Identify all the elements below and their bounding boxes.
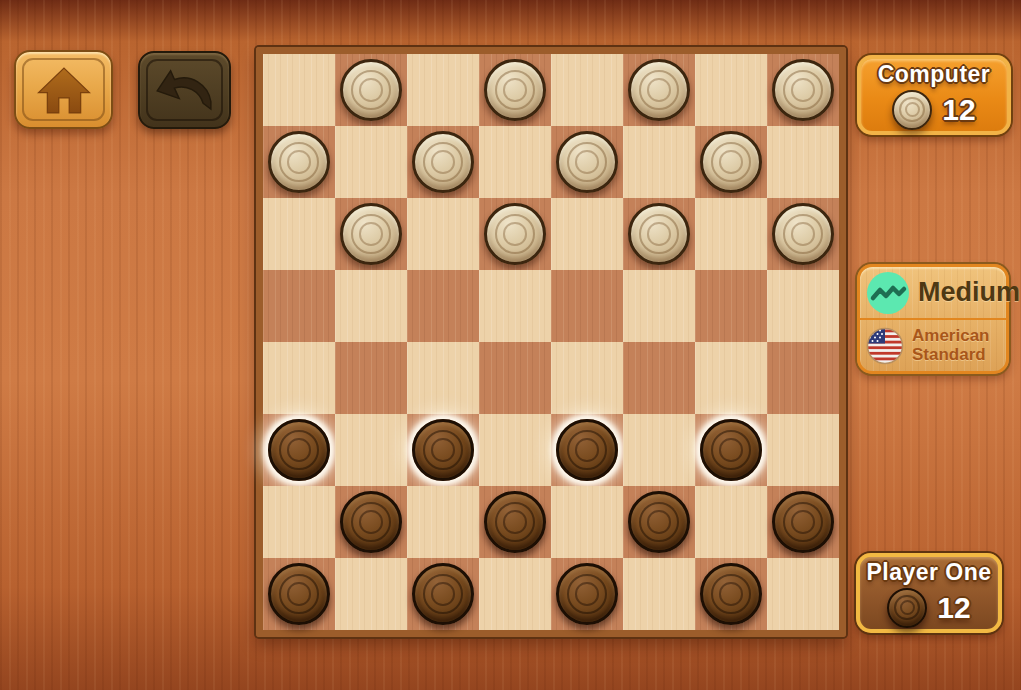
board-square-r8c2 bbox=[335, 558, 407, 630]
board-square-r7c7 bbox=[695, 486, 767, 558]
board-square-r1c1 bbox=[263, 54, 335, 126]
board-square-r5c2[interactable] bbox=[335, 342, 407, 414]
dark-piece-icon bbox=[887, 588, 927, 628]
computer-panel: Computer 12 bbox=[857, 55, 1011, 135]
game-screen: Computer 12 Medium bbox=[0, 0, 1021, 690]
difficulty-label: Medium bbox=[918, 277, 1020, 308]
dark-piece-highlighted[interactable] bbox=[412, 419, 474, 481]
board-square-r6c8 bbox=[767, 414, 839, 486]
board-square-r5c8[interactable] bbox=[767, 342, 839, 414]
board-square-r4c8 bbox=[767, 270, 839, 342]
board-square-r5c1 bbox=[263, 342, 335, 414]
difficulty-row[interactable]: Medium bbox=[860, 267, 1006, 318]
board-square-r1c5 bbox=[551, 54, 623, 126]
board-square-r2c1[interactable] bbox=[263, 126, 335, 198]
player-one-panel: Player One 12 bbox=[856, 553, 1002, 633]
board-square-r4c4 bbox=[479, 270, 551, 342]
dark-piece[interactable] bbox=[700, 563, 762, 625]
white-piece-icon bbox=[892, 90, 932, 130]
white-piece bbox=[772, 203, 834, 265]
board-square-r2c4 bbox=[479, 126, 551, 198]
board-square-r4c7[interactable] bbox=[695, 270, 767, 342]
board-square-r7c3 bbox=[407, 486, 479, 558]
player-one-piece-count: 12 bbox=[937, 591, 970, 625]
board-square-r3c6[interactable] bbox=[623, 198, 695, 270]
home-icon bbox=[36, 65, 92, 115]
board-square-r1c2[interactable] bbox=[335, 54, 407, 126]
white-piece bbox=[772, 59, 834, 121]
board-square-r3c1 bbox=[263, 198, 335, 270]
dark-piece-highlighted[interactable] bbox=[556, 419, 618, 481]
dark-piece[interactable] bbox=[340, 491, 402, 553]
dark-piece[interactable] bbox=[556, 563, 618, 625]
board bbox=[263, 54, 839, 630]
board-square-r1c8[interactable] bbox=[767, 54, 839, 126]
white-piece bbox=[340, 203, 402, 265]
board-square-r2c5[interactable] bbox=[551, 126, 623, 198]
board-square-r7c8[interactable] bbox=[767, 486, 839, 558]
computer-piece-count: 12 bbox=[942, 93, 975, 127]
white-piece bbox=[484, 59, 546, 121]
board-square-r2c8 bbox=[767, 126, 839, 198]
board-square-r1c4[interactable] bbox=[479, 54, 551, 126]
dark-piece[interactable] bbox=[412, 563, 474, 625]
board-square-r5c7 bbox=[695, 342, 767, 414]
board-square-r3c3 bbox=[407, 198, 479, 270]
board-square-r8c6 bbox=[623, 558, 695, 630]
white-piece bbox=[268, 131, 330, 193]
white-piece bbox=[340, 59, 402, 121]
board-square-r7c5 bbox=[551, 486, 623, 558]
white-piece bbox=[700, 131, 762, 193]
board-square-r7c4[interactable] bbox=[479, 486, 551, 558]
board-square-r2c2 bbox=[335, 126, 407, 198]
board-square-r6c5[interactable] bbox=[551, 414, 623, 486]
board-square-r6c7[interactable] bbox=[695, 414, 767, 486]
difficulty-wave-icon bbox=[866, 271, 910, 315]
board-square-r8c1[interactable] bbox=[263, 558, 335, 630]
board-square-r8c4 bbox=[479, 558, 551, 630]
dark-piece[interactable] bbox=[772, 491, 834, 553]
board-square-r7c1 bbox=[263, 486, 335, 558]
board-square-r8c8 bbox=[767, 558, 839, 630]
board-square-r2c7[interactable] bbox=[695, 126, 767, 198]
board-square-r8c7[interactable] bbox=[695, 558, 767, 630]
board-square-r3c2[interactable] bbox=[335, 198, 407, 270]
board-square-r6c3[interactable] bbox=[407, 414, 479, 486]
home-button[interactable] bbox=[14, 50, 113, 129]
board-square-r3c7 bbox=[695, 198, 767, 270]
dark-piece-highlighted[interactable] bbox=[268, 419, 330, 481]
board-frame bbox=[256, 47, 846, 637]
dark-piece-highlighted[interactable] bbox=[700, 419, 762, 481]
undo-arrow-icon bbox=[154, 67, 216, 113]
settings-panel: Medium bbox=[857, 264, 1009, 374]
dark-piece[interactable] bbox=[484, 491, 546, 553]
board-square-r6c2 bbox=[335, 414, 407, 486]
ruleset-line1: American bbox=[912, 326, 989, 345]
white-piece bbox=[412, 131, 474, 193]
board-square-r5c5 bbox=[551, 342, 623, 414]
dark-piece[interactable] bbox=[268, 563, 330, 625]
board-square-r3c4[interactable] bbox=[479, 198, 551, 270]
board-square-r4c3[interactable] bbox=[407, 270, 479, 342]
board-square-r3c5 bbox=[551, 198, 623, 270]
board-square-r4c5[interactable] bbox=[551, 270, 623, 342]
board-square-r5c3 bbox=[407, 342, 479, 414]
board-square-r6c6 bbox=[623, 414, 695, 486]
white-piece bbox=[628, 59, 690, 121]
dark-piece[interactable] bbox=[628, 491, 690, 553]
board-square-r8c3[interactable] bbox=[407, 558, 479, 630]
board-square-r2c3[interactable] bbox=[407, 126, 479, 198]
board-square-r4c6 bbox=[623, 270, 695, 342]
board-square-r1c7 bbox=[695, 54, 767, 126]
white-piece bbox=[628, 203, 690, 265]
board-square-r1c3 bbox=[407, 54, 479, 126]
board-square-r7c6[interactable] bbox=[623, 486, 695, 558]
white-piece bbox=[484, 203, 546, 265]
board-square-r7c2[interactable] bbox=[335, 486, 407, 558]
white-piece bbox=[556, 131, 618, 193]
ruleset-line2: Standard bbox=[912, 345, 986, 364]
board-square-r3c8[interactable] bbox=[767, 198, 839, 270]
us-flag-icon bbox=[866, 327, 904, 365]
board-square-r6c4 bbox=[479, 414, 551, 486]
board-square-r8c5[interactable] bbox=[551, 558, 623, 630]
player-one-label: Player One bbox=[866, 559, 991, 586]
board-square-r4c1[interactable] bbox=[263, 270, 335, 342]
board-square-r5c6[interactable] bbox=[623, 342, 695, 414]
board-square-r1c6[interactable] bbox=[623, 54, 695, 126]
ruleset-row[interactable]: American Standard bbox=[860, 318, 1006, 371]
undo-button[interactable] bbox=[138, 51, 231, 129]
computer-label: Computer bbox=[878, 61, 991, 88]
board-square-r2c6 bbox=[623, 126, 695, 198]
board-square-r5c4[interactable] bbox=[479, 342, 551, 414]
board-square-r4c2 bbox=[335, 270, 407, 342]
board-square-r6c1[interactable] bbox=[263, 414, 335, 486]
ruleset-label: American Standard bbox=[912, 327, 989, 364]
